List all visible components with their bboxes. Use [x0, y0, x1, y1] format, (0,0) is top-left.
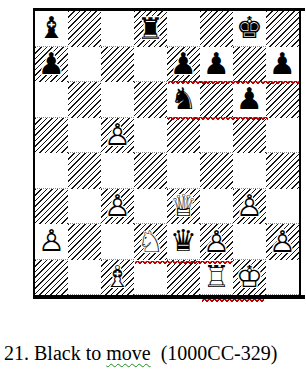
square-c5[interactable]: ♙ — [101, 118, 134, 154]
black-pawn-f7[interactable]: ♟ — [203, 49, 230, 79]
square-g5[interactable] — [233, 118, 266, 154]
square-a4[interactable] — [35, 153, 68, 189]
black-knight-e6[interactable]: ♞ — [170, 84, 197, 114]
square-e2[interactable]: ♛ — [167, 224, 200, 260]
square-e8[interactable] — [167, 11, 200, 47]
black-pawn-e7[interactable]: ♟ — [170, 49, 197, 79]
white-bishop-c1[interactable]: ♗ — [104, 262, 131, 292]
square-f8[interactable] — [200, 11, 233, 47]
square-c1[interactable]: ♗ — [101, 260, 134, 296]
square-c4[interactable] — [101, 153, 134, 189]
square-d4[interactable] — [134, 153, 167, 189]
white-rook-f1[interactable]: ♖ — [203, 262, 230, 292]
square-b8[interactable] — [68, 11, 101, 47]
square-a2[interactable]: ♙ — [35, 224, 68, 260]
white-pawn-f2[interactable]: ♙ — [203, 227, 230, 257]
square-a3[interactable] — [35, 189, 68, 225]
square-b6[interactable] — [68, 82, 101, 118]
square-b4[interactable] — [68, 153, 101, 189]
black-rook-d8[interactable]: ♜ — [137, 14, 164, 44]
square-g1[interactable]: ♔ — [233, 260, 266, 296]
square-h8[interactable] — [266, 11, 299, 47]
square-c2[interactable] — [101, 224, 134, 260]
square-h7[interactable]: ♟ — [266, 47, 299, 83]
square-h4[interactable] — [266, 153, 299, 189]
square-g6[interactable]: ♟ — [233, 82, 266, 118]
square-b3[interactable] — [68, 189, 101, 225]
square-b7[interactable] — [68, 47, 101, 83]
diagram-caption: 21. Black to move (1000CC-329) — [4, 342, 304, 365]
spellcheck-squiggle-rank1 — [202, 298, 264, 302]
black-pawn-a7[interactable]: ♟ — [38, 49, 65, 79]
square-a5[interactable] — [35, 118, 68, 154]
caption-word-move: move — [106, 342, 150, 364]
square-e6[interactable]: ♞ — [167, 82, 200, 118]
square-d2[interactable]: ♘ — [134, 224, 167, 260]
square-d8[interactable]: ♜ — [134, 11, 167, 47]
square-f2[interactable]: ♙ — [200, 224, 233, 260]
square-h5[interactable] — [266, 118, 299, 154]
square-e1[interactable] — [167, 260, 200, 296]
square-h1[interactable] — [266, 260, 299, 296]
square-g7[interactable] — [233, 47, 266, 83]
black-queen-e2[interactable]: ♛ — [170, 226, 197, 256]
square-a8[interactable]: ♝ — [35, 11, 68, 47]
square-b5[interactable] — [68, 118, 101, 154]
white-king-g1[interactable]: ♔ — [236, 262, 263, 292]
white-pawn-a2[interactable]: ♙ — [38, 226, 65, 256]
white-pawn-h2[interactable]: ♙ — [269, 227, 296, 257]
square-d6[interactable] — [134, 82, 167, 118]
square-e7[interactable]: ♟ — [167, 47, 200, 83]
spellcheck-squiggle-rank2 — [135, 260, 233, 264]
spellcheck-squiggle-rank7 — [168, 80, 299, 84]
square-d3[interactable] — [134, 189, 167, 225]
white-knight-d2[interactable]: ♘ — [137, 227, 164, 257]
square-c8[interactable] — [101, 11, 134, 47]
square-f3[interactable] — [200, 189, 233, 225]
black-bishop-a8[interactable]: ♝ — [38, 13, 65, 43]
white-pawn-c3[interactable]: ♙ — [104, 191, 131, 221]
square-g2[interactable] — [233, 224, 266, 260]
square-b2[interactable] — [68, 224, 101, 260]
square-c7[interactable] — [101, 47, 134, 83]
square-f7[interactable]: ♟ — [200, 47, 233, 83]
black-pawn-h7[interactable]: ♟ — [269, 49, 296, 79]
white-pawn-g3[interactable]: ♙ — [236, 191, 263, 221]
caption-prefix: 21. Black to — [4, 342, 106, 364]
caption-suffix: (1000CC-329) — [151, 342, 278, 364]
square-h3[interactable] — [266, 189, 299, 225]
square-g3[interactable]: ♙ — [233, 189, 266, 225]
square-d7[interactable] — [134, 47, 167, 83]
white-queen-e3[interactable]: ♕ — [170, 191, 197, 221]
black-pawn-g6[interactable]: ♟ — [236, 84, 263, 114]
board-bottom-rule — [33, 295, 305, 299]
square-f6[interactable] — [200, 82, 233, 118]
square-a1[interactable] — [35, 260, 68, 296]
square-f5[interactable] — [200, 118, 233, 154]
square-a7[interactable]: ♟ — [35, 47, 68, 83]
square-h6[interactable] — [266, 82, 299, 118]
square-f1[interactable]: ♖ — [200, 260, 233, 296]
document-page: ♝♜♚♟♟♟♟♞♟♙♙♕♙♙♘♛♙♙♗♖♔ 21. Black to move … — [0, 0, 306, 375]
square-f4[interactable] — [200, 153, 233, 189]
square-e5[interactable] — [167, 118, 200, 154]
square-d1[interactable] — [134, 260, 167, 296]
square-c3[interactable]: ♙ — [101, 189, 134, 225]
square-e3[interactable]: ♕ — [167, 189, 200, 225]
square-d5[interactable] — [134, 118, 167, 154]
square-b1[interactable] — [68, 260, 101, 296]
square-g8[interactable]: ♚ — [233, 11, 266, 47]
square-e4[interactable] — [167, 153, 200, 189]
square-g4[interactable] — [233, 153, 266, 189]
square-a6[interactable] — [35, 82, 68, 118]
spellcheck-squiggle-rank6 — [168, 116, 268, 120]
square-h2[interactable]: ♙ — [266, 224, 299, 260]
white-pawn-c5[interactable]: ♙ — [104, 120, 131, 150]
chess-board: ♝♜♚♟♟♟♟♞♟♙♙♕♙♙♘♛♙♙♗♖♔ — [33, 11, 301, 295]
black-king-g8[interactable]: ♚ — [236, 13, 263, 43]
square-c6[interactable] — [101, 82, 134, 118]
